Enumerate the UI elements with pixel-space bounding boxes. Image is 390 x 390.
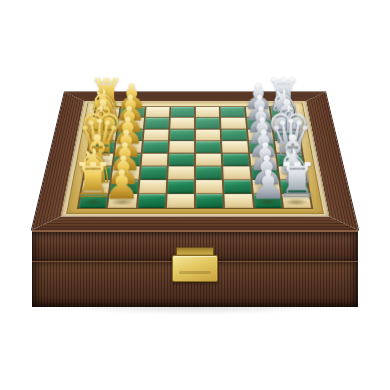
board-square-r1c2 xyxy=(144,118,169,129)
board-square-r6c5 xyxy=(224,180,251,193)
silver-rook: ♜ xyxy=(275,157,318,205)
board-square-r3c4 xyxy=(196,141,221,153)
board-square-r6c2 xyxy=(139,180,166,193)
gold-pawn: ♟ xyxy=(104,165,140,205)
board-square-r1c5 xyxy=(221,118,246,129)
board-square-r0c4 xyxy=(196,107,220,117)
board-square-r7c2 xyxy=(137,194,165,208)
chess-box-photo: ♜♟♟♜♞♟♟♞♝♟♟♝♚♟♟♚♛♟♟♛♝♟♟♝♞♟♟♞♜♟♟♜ xyxy=(0,0,390,390)
board-square-r6c4 xyxy=(196,180,223,193)
board-square-r4c5 xyxy=(223,154,249,166)
board-square-r5c5 xyxy=(223,167,250,180)
clasp-plate xyxy=(172,255,218,282)
brass-clasp xyxy=(172,247,218,282)
board-square-r1c4 xyxy=(196,118,220,129)
board-square-r2c3 xyxy=(170,129,195,140)
board-square-r4c4 xyxy=(196,154,222,166)
board-square-r2c4 xyxy=(196,129,221,140)
board-square-r7c3 xyxy=(167,194,194,208)
board-square-r4c3 xyxy=(168,154,194,166)
brass-board-field: ♜♟♟♜♞♟♟♞♝♟♟♝♚♟♟♚♛♟♟♛♝♟♟♝♞♟♟♞♜♟♟♜ xyxy=(66,103,324,214)
box-front xyxy=(32,230,358,307)
board-square-r2c5 xyxy=(222,129,247,140)
board-square-r0c2 xyxy=(145,107,169,117)
board-square-r3c2 xyxy=(142,141,168,153)
board-square-r5c2 xyxy=(140,167,167,180)
board-square-r2c2 xyxy=(143,129,168,140)
board-square-r6c3 xyxy=(167,180,194,193)
board-square-r3c5 xyxy=(222,141,248,153)
board-square-r1c3 xyxy=(170,118,194,129)
wood-frame-near xyxy=(32,216,358,230)
board-square-r5c4 xyxy=(196,167,222,180)
board-square-r0c5 xyxy=(221,107,245,117)
chess-board: ♜♟♟♜♞♟♟♞♝♟♟♝♚♟♟♚♛♟♟♛♝♟♟♝♞♟♟♞♜♟♟♜ xyxy=(77,106,314,209)
board-square-r7c4 xyxy=(196,194,223,208)
box-lid-top: ♜♟♟♜♞♟♟♞♝♟♟♝♚♟♟♚♛♟♟♛♝♟♟♝♞♟♟♞♜♟♟♜ xyxy=(32,92,358,230)
board-square-r7c1: ♟ xyxy=(108,194,137,208)
board-square-r7c7: ♜ xyxy=(282,194,311,208)
board-square-r4c2 xyxy=(141,154,167,166)
board-square-r3c3 xyxy=(169,141,194,153)
board-square-r5c3 xyxy=(168,167,194,180)
board-square-r0c3 xyxy=(171,107,195,117)
board-square-r7c5 xyxy=(225,194,253,208)
